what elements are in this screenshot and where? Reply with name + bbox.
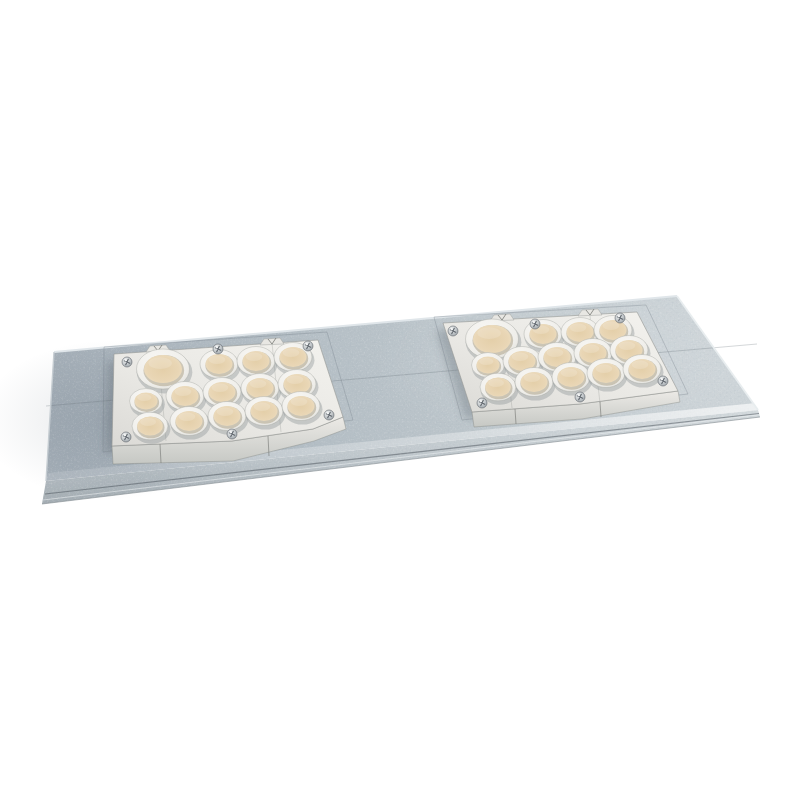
screw: [658, 376, 668, 386]
screw: [575, 392, 585, 402]
screw: [213, 344, 223, 354]
screw: [324, 410, 334, 420]
screw: [530, 319, 540, 329]
screw: [121, 432, 131, 442]
product-image: [0, 0, 800, 800]
screw: [448, 326, 458, 336]
screw: [227, 429, 237, 439]
screw: [303, 341, 313, 351]
screw: [615, 313, 625, 323]
product-photo-stage: [0, 0, 800, 800]
screw: [122, 357, 132, 367]
screw: [477, 398, 487, 408]
